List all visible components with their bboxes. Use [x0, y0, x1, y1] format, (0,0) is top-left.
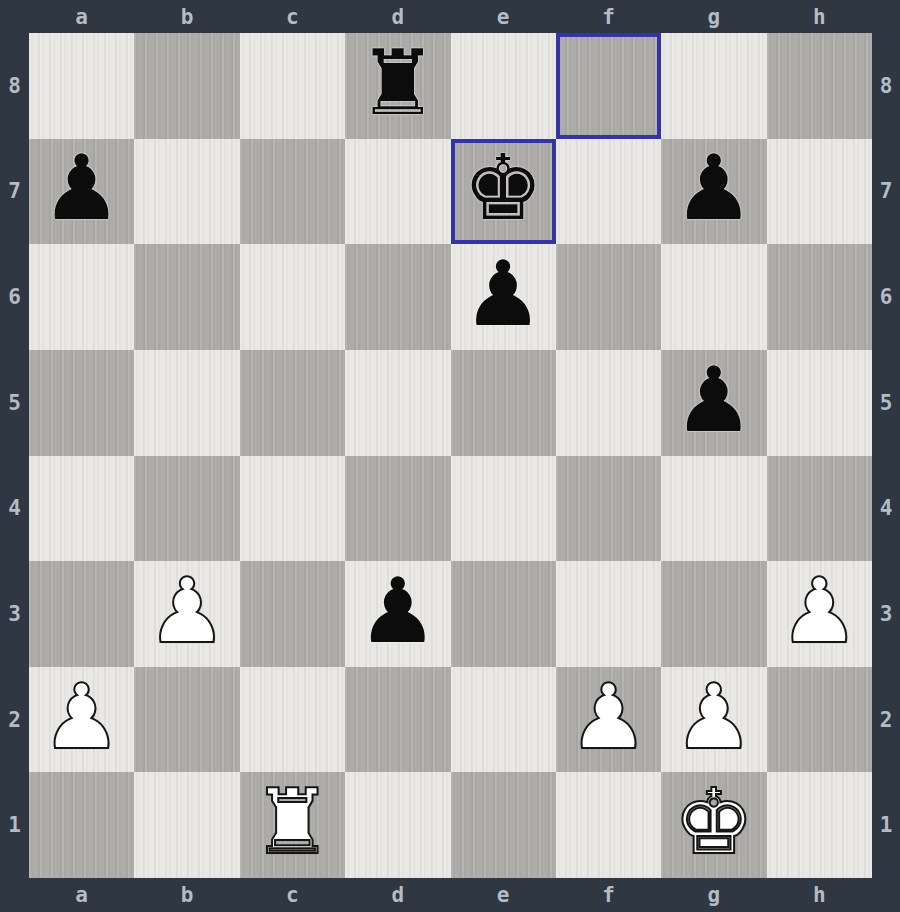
square-h3[interactable]: ♟: [767, 561, 872, 667]
coordinate-label-b: b: [134, 0, 239, 33]
coordinate-label-3: 3: [872, 561, 900, 667]
square-f8[interactable]: [556, 33, 661, 139]
coordinate-label-a: a: [29, 0, 134, 33]
coordinate-label-6: 6: [872, 244, 900, 350]
square-b5[interactable]: [134, 350, 239, 456]
square-f3[interactable]: [556, 561, 661, 667]
square-b6[interactable]: [134, 244, 239, 350]
square-c3[interactable]: [240, 561, 345, 667]
square-a4[interactable]: [29, 456, 134, 562]
coordinate-label-5: 5: [0, 350, 29, 456]
black-pawn-d3[interactable]: ♟: [357, 566, 438, 656]
black-pawn-g5[interactable]: ♟: [674, 355, 755, 445]
square-g7[interactable]: ♟: [661, 139, 766, 245]
white-rook-c1[interactable]: ♜: [252, 777, 333, 867]
black-pawn-g7[interactable]: ♟: [674, 143, 755, 233]
square-d4[interactable]: [345, 456, 450, 562]
coordinate-label-h: h: [767, 878, 872, 912]
square-g4[interactable]: [661, 456, 766, 562]
white-pawn-f2[interactable]: ♟: [568, 672, 649, 762]
coordinate-label-5: 5: [872, 350, 900, 456]
square-e7[interactable]: ♚: [451, 139, 556, 245]
square-f2[interactable]: ♟: [556, 667, 661, 773]
square-b1[interactable]: [134, 772, 239, 878]
square-f5[interactable]: [556, 350, 661, 456]
square-h4[interactable]: [767, 456, 872, 562]
square-d6[interactable]: [345, 244, 450, 350]
coordinate-label-2: 2: [0, 667, 29, 773]
square-d1[interactable]: [345, 772, 450, 878]
square-c1[interactable]: ♜: [240, 772, 345, 878]
square-c2[interactable]: [240, 667, 345, 773]
coordinate-label-a: a: [29, 878, 134, 912]
coordinate-label-c: c: [240, 0, 345, 33]
coordinate-label-d: d: [345, 0, 450, 33]
coordinate-label-b: b: [134, 878, 239, 912]
square-e3[interactable]: [451, 561, 556, 667]
square-g2[interactable]: ♟: [661, 667, 766, 773]
coordinate-label-h: h: [767, 0, 872, 33]
square-a2[interactable]: ♟: [29, 667, 134, 773]
square-g1[interactable]: ♚: [661, 772, 766, 878]
square-e1[interactable]: [451, 772, 556, 878]
white-pawn-g2[interactable]: ♟: [674, 672, 755, 762]
square-d5[interactable]: [345, 350, 450, 456]
square-e8[interactable]: [451, 33, 556, 139]
coordinate-label-f: f: [556, 878, 661, 912]
chess-board-window: abcdefgh abcdefgh 87654321 87654321 ♜♟♚♟…: [0, 0, 900, 912]
coordinate-label-g: g: [661, 0, 766, 33]
square-b4[interactable]: [134, 456, 239, 562]
square-a1[interactable]: [29, 772, 134, 878]
square-a6[interactable]: [29, 244, 134, 350]
square-e6[interactable]: ♟: [451, 244, 556, 350]
white-pawn-a2[interactable]: ♟: [41, 672, 122, 762]
file-labels-top: abcdefgh: [29, 0, 872, 33]
square-h8[interactable]: [767, 33, 872, 139]
coordinate-label-g: g: [661, 878, 766, 912]
square-f6[interactable]: [556, 244, 661, 350]
square-a8[interactable]: [29, 33, 134, 139]
file-labels-bottom: abcdefgh: [29, 878, 872, 912]
white-pawn-b3[interactable]: ♟: [147, 566, 228, 656]
square-g6[interactable]: [661, 244, 766, 350]
square-d3[interactable]: ♟: [345, 561, 450, 667]
black-rook-d8[interactable]: ♜: [357, 38, 438, 128]
coordinate-label-2: 2: [872, 667, 900, 773]
black-king-e7[interactable]: ♚: [463, 143, 544, 233]
square-a7[interactable]: ♟: [29, 139, 134, 245]
coordinate-label-c: c: [240, 878, 345, 912]
coordinate-label-3: 3: [0, 561, 29, 667]
square-h1[interactable]: [767, 772, 872, 878]
square-h2[interactable]: [767, 667, 872, 773]
square-c8[interactable]: [240, 33, 345, 139]
coordinate-label-e: e: [451, 878, 556, 912]
square-c4[interactable]: [240, 456, 345, 562]
white-pawn-h3[interactable]: ♟: [779, 566, 860, 656]
black-pawn-a7[interactable]: ♟: [41, 143, 122, 233]
coordinate-label-1: 1: [0, 772, 29, 878]
square-c7[interactable]: [240, 139, 345, 245]
coordinate-label-1: 1: [872, 772, 900, 878]
coordinate-label-f: f: [556, 0, 661, 33]
coordinate-label-e: e: [451, 0, 556, 33]
square-g8[interactable]: [661, 33, 766, 139]
coordinate-label-8: 8: [872, 33, 900, 139]
coordinate-label-6: 6: [0, 244, 29, 350]
square-a3[interactable]: [29, 561, 134, 667]
coordinate-label-8: 8: [0, 33, 29, 139]
square-e2[interactable]: [451, 667, 556, 773]
coordinate-label-7: 7: [872, 139, 900, 245]
square-d8[interactable]: ♜: [345, 33, 450, 139]
square-g3[interactable]: [661, 561, 766, 667]
square-h7[interactable]: [767, 139, 872, 245]
square-c5[interactable]: [240, 350, 345, 456]
square-a5[interactable]: [29, 350, 134, 456]
square-h6[interactable]: [767, 244, 872, 350]
square-b3[interactable]: ♟: [134, 561, 239, 667]
white-king-g1[interactable]: ♚: [674, 777, 755, 867]
square-e4[interactable]: [451, 456, 556, 562]
square-b8[interactable]: [134, 33, 239, 139]
square-g5[interactable]: ♟: [661, 350, 766, 456]
square-b2[interactable]: [134, 667, 239, 773]
rank-labels-left: 87654321: [0, 33, 29, 878]
square-d7[interactable]: [345, 139, 450, 245]
board: ♜♟♚♟♟♟♟♟♟♟♟♟♜♚: [29, 33, 872, 878]
square-h5[interactable]: [767, 350, 872, 456]
square-c6[interactable]: [240, 244, 345, 350]
square-e5[interactable]: [451, 350, 556, 456]
black-pawn-e6[interactable]: ♟: [463, 249, 544, 339]
square-b7[interactable]: [134, 139, 239, 245]
coordinate-label-d: d: [345, 878, 450, 912]
coordinate-label-7: 7: [0, 139, 29, 245]
square-f4[interactable]: [556, 456, 661, 562]
coordinate-label-4: 4: [872, 456, 900, 562]
square-f7[interactable]: [556, 139, 661, 245]
square-d2[interactable]: [345, 667, 450, 773]
square-f1[interactable]: [556, 772, 661, 878]
coordinate-label-4: 4: [0, 456, 29, 562]
rank-labels-right: 87654321: [872, 33, 900, 878]
